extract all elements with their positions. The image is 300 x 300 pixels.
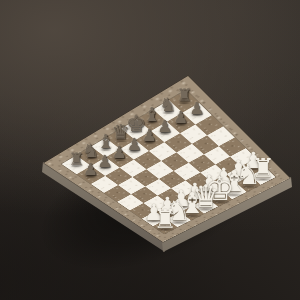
chess-set-photo: ♜♞♝♛♚♝♞♜♟♟♟♟♟♟♟♟♟♟♟♟♟♟♟♟♜♞♝♛♚♝♞♜ bbox=[0, 0, 300, 300]
